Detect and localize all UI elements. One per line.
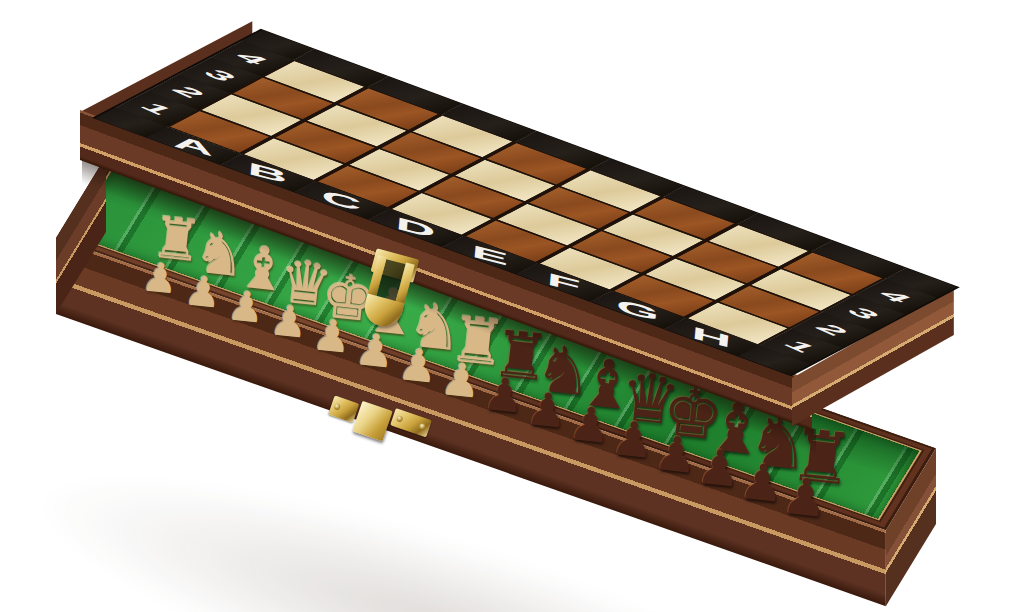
stored-piece-white-pawn-front: ♟ (311, 313, 354, 360)
stored-piece-white-pawn-front: ♟ (226, 285, 267, 330)
stored-piece-white-pawn-front: ♟ (183, 270, 224, 315)
stored-piece-black-pawn-front: ♟ (524, 385, 570, 435)
screw-icon (333, 403, 341, 411)
stored-piece-black-pawn-front: ♟ (695, 442, 744, 495)
stored-piece-black-pawn-front: ♟ (481, 370, 527, 420)
stored-piece-white-pawn-front: ♟ (396, 342, 440, 390)
stored-piece-black-pawn-front: ♟ (780, 470, 831, 526)
latch-left-plate (328, 395, 359, 422)
stored-piece-white-pawn-front: ♟ (439, 356, 484, 405)
stored-piece-white-pawn-front: ♟ (268, 299, 310, 345)
stored-piece-white-pawn-front: ♟ (353, 327, 397, 375)
chess-set-photo: ♜♟♞♟♝♟♛♟♚♟♝♟♞♟♜♟♜♟♞♟♝♟♛♟♚♟♝♟♞♟♜♟ 4433221… (0, 0, 1020, 612)
stored-piece-black-pawn-front: ♟ (609, 413, 657, 465)
stored-piece-black-pawn-front: ♟ (737, 456, 787, 510)
screw-icon (419, 423, 427, 431)
stored-piece-white-pawn-front: ♟ (140, 256, 180, 300)
stored-piece-black-pawn-front: ♟ (567, 399, 614, 450)
stored-piece-black-pawn-front: ♟ (652, 428, 700, 480)
screw-icon (396, 415, 404, 423)
